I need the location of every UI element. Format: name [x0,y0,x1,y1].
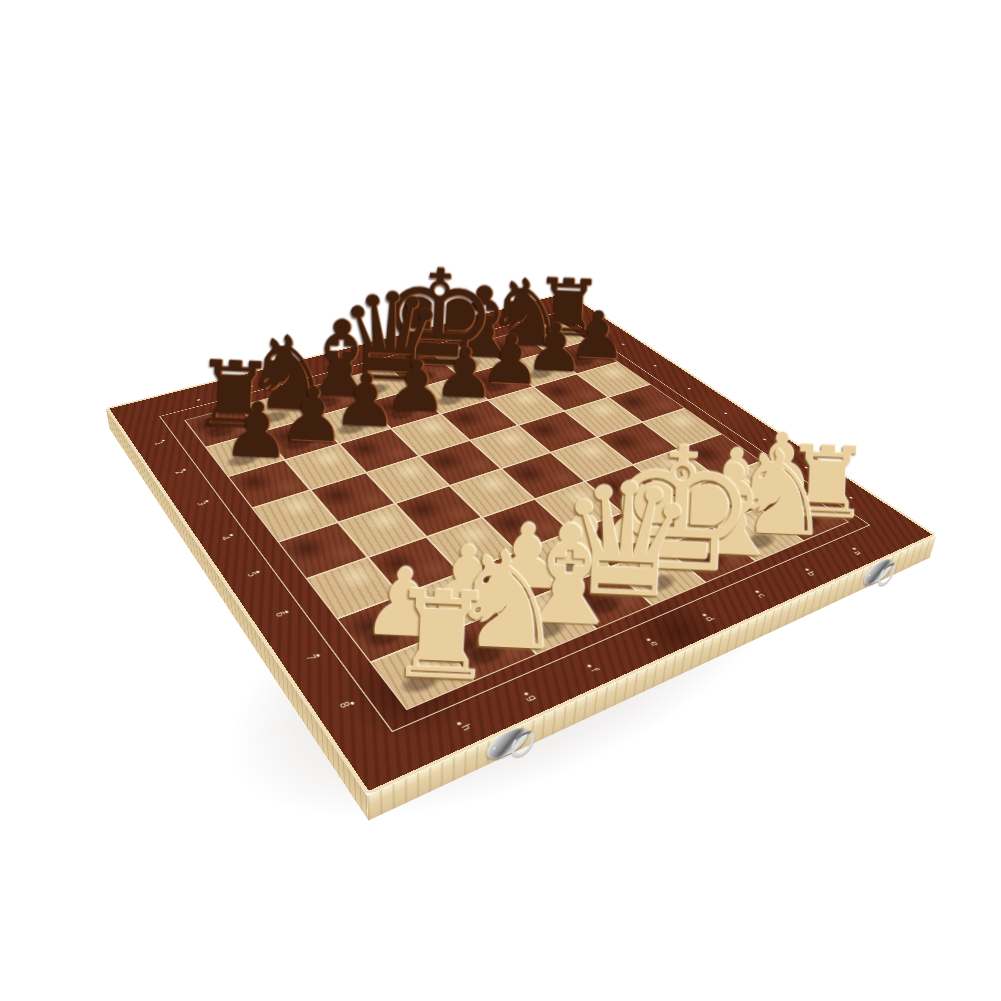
rank-label-3: 3 [192,498,212,510]
rank-label-1: 1 [149,438,167,448]
file-label-b: b [800,567,823,581]
file-label-a: a [847,546,869,559]
file-label-h: h [453,718,479,737]
file-label-e: e [642,636,666,652]
square-g4 [312,473,395,521]
rank-label-6: 6 [269,607,291,622]
rank-label-5: 5 [241,567,262,581]
square-h8: ♜ [371,637,472,709]
rank-label-2: 2 [170,467,189,478]
rank-label-8: 8 [332,696,357,714]
piece-dark-pawn: ♟ [222,393,293,468]
rank-label-4: 4 [215,531,236,544]
rank-label-7: 7 [299,649,323,666]
file-label-d: d [698,611,722,626]
square-h2: ♟ [206,432,283,476]
product-photo-scene: 12345678 hgfedcba ♜♞♝♛♚♝♞♜♟♟♟♟♟♟♟♟♟♟♟♟♟♟… [0,0,1001,1001]
file-label-g: g [520,689,545,707]
file-label-f: f [583,661,608,678]
piece-light-rook: ♜ [385,577,498,696]
file-label-c: c [750,589,773,603]
